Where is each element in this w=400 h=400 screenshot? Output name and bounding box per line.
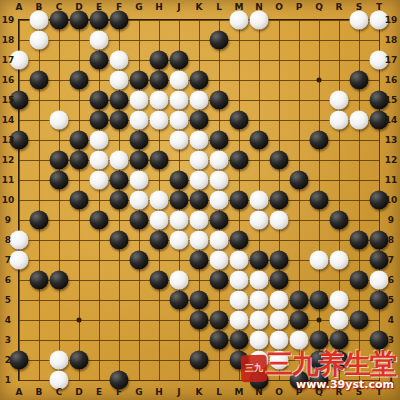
black-stone bbox=[130, 211, 149, 230]
column-label-top: G bbox=[135, 2, 142, 12]
white-stone bbox=[250, 311, 269, 330]
column-label-top: E bbox=[96, 2, 102, 12]
black-stone bbox=[90, 211, 109, 230]
white-stone bbox=[150, 91, 169, 110]
black-stone bbox=[230, 331, 249, 350]
row-label-left: 15 bbox=[2, 95, 15, 105]
white-stone bbox=[50, 351, 69, 370]
black-stone bbox=[110, 231, 129, 250]
white-stone bbox=[270, 291, 289, 310]
white-stone bbox=[250, 211, 269, 230]
white-stone bbox=[170, 271, 189, 290]
white-stone bbox=[210, 151, 229, 170]
white-stone bbox=[170, 91, 189, 110]
column-label-top: O bbox=[275, 2, 283, 12]
black-stone bbox=[130, 151, 149, 170]
black-stone bbox=[270, 251, 289, 270]
black-stone bbox=[190, 111, 209, 130]
white-stone bbox=[230, 291, 249, 310]
black-stone bbox=[230, 151, 249, 170]
black-stone bbox=[210, 311, 229, 330]
black-stone bbox=[190, 251, 209, 270]
column-label-bottom: M bbox=[235, 387, 244, 397]
white-stone bbox=[210, 231, 229, 250]
black-stone bbox=[150, 71, 169, 90]
white-stone bbox=[230, 271, 249, 290]
white-stone bbox=[210, 191, 229, 210]
watermark-url-text: www.39yst.com bbox=[296, 378, 394, 391]
white-stone bbox=[10, 251, 29, 270]
column-label-bottom: K bbox=[196, 387, 203, 397]
row-label-right: 16 bbox=[385, 75, 398, 85]
white-stone bbox=[250, 271, 269, 290]
row-label-right: 18 bbox=[385, 35, 398, 45]
white-stone bbox=[250, 11, 269, 30]
column-label-bottom: D bbox=[75, 387, 82, 397]
column-label-top: T bbox=[376, 2, 382, 12]
row-label-left: 13 bbox=[2, 135, 15, 145]
black-stone bbox=[50, 171, 69, 190]
white-stone bbox=[330, 291, 349, 310]
white-stone bbox=[210, 171, 229, 190]
black-stone bbox=[50, 11, 69, 30]
black-stone bbox=[170, 191, 189, 210]
column-label-bottom: J bbox=[177, 387, 180, 397]
row-label-left: 7 bbox=[5, 255, 11, 265]
white-stone bbox=[10, 231, 29, 250]
black-stone bbox=[290, 291, 309, 310]
black-stone bbox=[210, 91, 229, 110]
column-label-top: B bbox=[36, 2, 43, 12]
white-stone bbox=[170, 211, 189, 230]
black-stone bbox=[70, 11, 89, 30]
column-label-bottom: E bbox=[96, 387, 102, 397]
white-stone bbox=[150, 111, 169, 130]
white-stone bbox=[190, 231, 209, 250]
black-stone bbox=[70, 131, 89, 150]
row-label-right: 17 bbox=[385, 55, 398, 65]
black-stone bbox=[110, 111, 129, 130]
row-label-right: 13 bbox=[385, 135, 398, 145]
white-stone bbox=[190, 91, 209, 110]
column-label-bottom: C bbox=[56, 387, 63, 397]
black-stone bbox=[230, 231, 249, 250]
row-label-right: 14 bbox=[385, 115, 398, 125]
black-stone bbox=[250, 131, 269, 150]
black-stone bbox=[90, 91, 109, 110]
black-stone bbox=[130, 251, 149, 270]
white-stone bbox=[130, 111, 149, 130]
black-stone bbox=[210, 271, 229, 290]
white-stone bbox=[190, 151, 209, 170]
black-stone bbox=[70, 351, 89, 370]
black-stone bbox=[190, 291, 209, 310]
white-stone bbox=[30, 11, 49, 30]
black-stone bbox=[150, 231, 169, 250]
black-stone bbox=[370, 291, 389, 310]
black-stone bbox=[250, 251, 269, 270]
black-stone bbox=[290, 171, 309, 190]
row-label-right: 10 bbox=[385, 195, 398, 205]
black-stone bbox=[210, 331, 229, 350]
row-label-right: 6 bbox=[388, 275, 394, 285]
white-stone bbox=[130, 171, 149, 190]
column-label-top: Q bbox=[315, 2, 323, 12]
white-stone bbox=[230, 251, 249, 270]
row-label-left: 4 bbox=[5, 315, 11, 325]
white-stone bbox=[270, 211, 289, 230]
white-stone bbox=[170, 111, 189, 130]
white-stone bbox=[350, 111, 369, 130]
row-label-left: 2 bbox=[5, 355, 11, 365]
white-stone bbox=[90, 131, 109, 150]
black-stone bbox=[30, 211, 49, 230]
black-stone bbox=[350, 271, 369, 290]
white-stone bbox=[330, 311, 349, 330]
white-stone bbox=[190, 171, 209, 190]
star-point bbox=[317, 78, 322, 83]
white-stone bbox=[150, 211, 169, 230]
black-stone bbox=[330, 211, 349, 230]
column-label-top: N bbox=[255, 2, 263, 12]
black-stone bbox=[70, 191, 89, 210]
star-point bbox=[317, 318, 322, 323]
black-stone bbox=[130, 131, 149, 150]
row-label-left: 5 bbox=[5, 295, 11, 305]
black-stone bbox=[270, 191, 289, 210]
white-stone bbox=[230, 11, 249, 30]
black-stone bbox=[90, 111, 109, 130]
star-point bbox=[77, 318, 82, 323]
black-stone bbox=[90, 11, 109, 30]
row-label-right: 19 bbox=[385, 15, 398, 25]
row-label-right: 5 bbox=[388, 295, 394, 305]
black-stone bbox=[270, 271, 289, 290]
white-stone bbox=[330, 111, 349, 130]
black-stone bbox=[270, 151, 289, 170]
white-stone bbox=[110, 51, 129, 70]
column-label-bottom: L bbox=[216, 387, 222, 397]
row-label-left: 16 bbox=[2, 75, 15, 85]
white-stone bbox=[330, 251, 349, 270]
column-label-top: L bbox=[216, 2, 222, 12]
black-stone bbox=[30, 271, 49, 290]
white-stone bbox=[150, 191, 169, 210]
black-stone bbox=[350, 311, 369, 330]
black-stone bbox=[370, 231, 389, 250]
white-stone bbox=[330, 91, 349, 110]
black-stone bbox=[130, 71, 149, 90]
black-stone bbox=[50, 151, 69, 170]
black-stone bbox=[170, 171, 189, 190]
black-stone bbox=[150, 271, 169, 290]
white-stone bbox=[90, 31, 109, 50]
black-stone bbox=[350, 71, 369, 90]
row-label-left: 1 bbox=[5, 375, 11, 385]
black-stone bbox=[170, 51, 189, 70]
column-label-top: H bbox=[155, 2, 163, 12]
white-stone bbox=[190, 211, 209, 230]
column-label-bottom: H bbox=[155, 387, 163, 397]
column-label-bottom: G bbox=[135, 387, 142, 397]
black-stone bbox=[110, 91, 129, 110]
black-stone bbox=[110, 11, 129, 30]
white-stone bbox=[250, 191, 269, 210]
black-stone bbox=[190, 351, 209, 370]
white-stone bbox=[50, 111, 69, 130]
row-label-left: 3 bbox=[5, 335, 11, 345]
column-label-bottom: O bbox=[275, 387, 283, 397]
black-stone bbox=[370, 251, 389, 270]
black-stone bbox=[210, 211, 229, 230]
go-board-screenshot: AABBCCDDEEFFGGHHJJKKLLMMNNOOPPQQRRSSTT19… bbox=[0, 0, 400, 400]
column-label-top: S bbox=[356, 2, 362, 12]
column-label-top: A bbox=[16, 2, 23, 12]
column-label-top: J bbox=[177, 2, 180, 12]
white-stone bbox=[110, 151, 129, 170]
white-stone bbox=[270, 311, 289, 330]
black-stone bbox=[110, 191, 129, 210]
row-label-right: 7 bbox=[388, 255, 394, 265]
column-label-bottom: B bbox=[36, 387, 43, 397]
white-stone bbox=[110, 71, 129, 90]
row-label-right: 15 bbox=[385, 95, 398, 105]
column-label-bottom: N bbox=[255, 387, 263, 397]
black-stone bbox=[150, 151, 169, 170]
black-stone bbox=[190, 311, 209, 330]
white-stone bbox=[170, 131, 189, 150]
black-stone bbox=[310, 191, 329, 210]
row-label-right: 12 bbox=[385, 155, 398, 165]
column-label-top: R bbox=[336, 2, 343, 12]
column-label-top: D bbox=[75, 2, 82, 12]
black-stone bbox=[30, 71, 49, 90]
black-stone bbox=[230, 111, 249, 130]
row-label-left: 18 bbox=[2, 35, 15, 45]
black-stone bbox=[190, 71, 209, 90]
black-stone bbox=[290, 311, 309, 330]
black-stone bbox=[10, 351, 29, 370]
white-stone bbox=[190, 131, 209, 150]
row-label-left: 10 bbox=[2, 195, 15, 205]
white-stone bbox=[130, 191, 149, 210]
row-label-left: 6 bbox=[5, 275, 11, 285]
white-stone bbox=[90, 151, 109, 170]
column-label-top: M bbox=[235, 2, 244, 12]
red-seal-stamp: 三九 bbox=[241, 355, 268, 383]
grid-line-horizontal bbox=[19, 280, 379, 281]
black-stone bbox=[150, 51, 169, 70]
black-stone bbox=[70, 151, 89, 170]
white-stone bbox=[230, 311, 249, 330]
column-label-bottom: F bbox=[116, 387, 122, 397]
black-stone bbox=[50, 271, 69, 290]
white-stone bbox=[90, 171, 109, 190]
black-stone bbox=[90, 51, 109, 70]
row-label-right: 4 bbox=[388, 315, 394, 325]
row-label-left: 12 bbox=[2, 155, 15, 165]
row-label-left: 14 bbox=[2, 115, 15, 125]
white-stone bbox=[370, 271, 389, 290]
white-stone bbox=[310, 251, 329, 270]
white-stone bbox=[210, 251, 229, 270]
column-label-top: C bbox=[56, 2, 63, 12]
white-stone bbox=[170, 231, 189, 250]
row-label-right: 8 bbox=[388, 235, 394, 245]
white-stone bbox=[170, 71, 189, 90]
row-label-right: 11 bbox=[385, 175, 398, 185]
row-label-left: 17 bbox=[2, 55, 15, 65]
black-stone bbox=[310, 291, 329, 310]
white-stone bbox=[30, 31, 49, 50]
column-label-bottom: A bbox=[16, 387, 23, 397]
black-stone bbox=[110, 171, 129, 190]
black-stone bbox=[210, 31, 229, 50]
row-label-right: 3 bbox=[388, 335, 394, 345]
black-stone bbox=[190, 191, 209, 210]
column-label-top: P bbox=[296, 2, 303, 12]
white-stone bbox=[130, 91, 149, 110]
black-stone bbox=[310, 131, 329, 150]
row-label-left: 11 bbox=[2, 175, 15, 185]
row-label-left: 8 bbox=[5, 235, 11, 245]
row-label-left: 9 bbox=[5, 215, 11, 225]
black-stone bbox=[350, 231, 369, 250]
white-stone bbox=[250, 291, 269, 310]
row-label-left: 19 bbox=[2, 15, 15, 25]
column-label-top: F bbox=[116, 2, 122, 12]
column-label-top: K bbox=[196, 2, 203, 12]
black-stone bbox=[70, 71, 89, 90]
row-label-right: 9 bbox=[388, 215, 394, 225]
black-stone bbox=[210, 131, 229, 150]
black-stone bbox=[170, 291, 189, 310]
black-stone bbox=[230, 191, 249, 210]
white-stone bbox=[350, 11, 369, 30]
watermark-brand-text: 三九养生堂 bbox=[266, 346, 400, 382]
